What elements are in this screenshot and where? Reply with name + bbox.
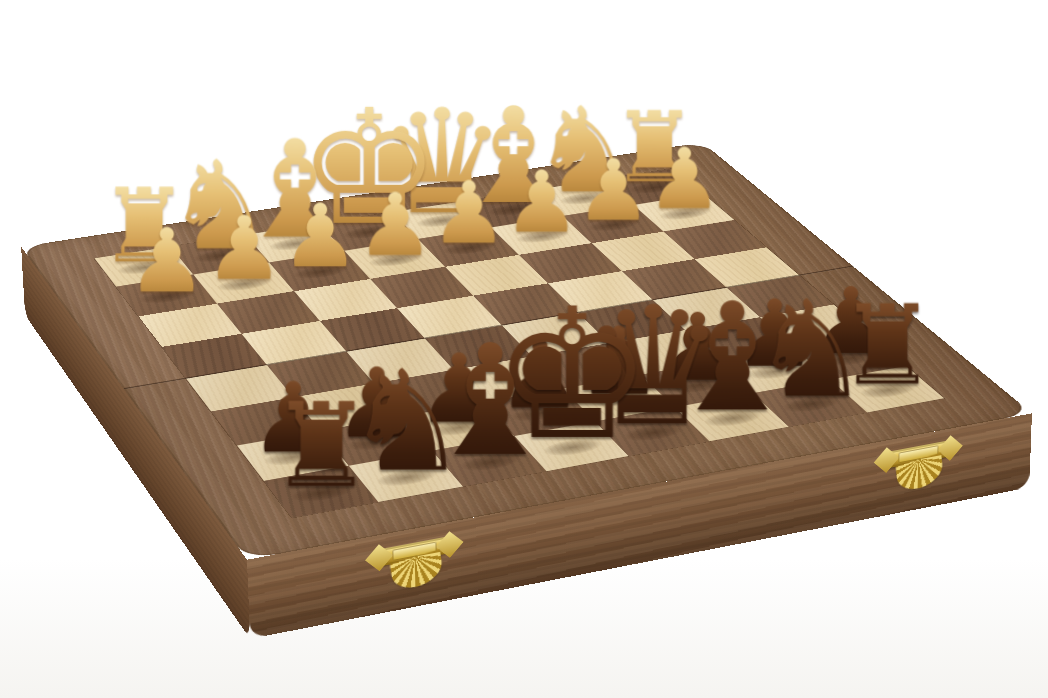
piece-white-pawn[interactable]: ♟ <box>647 137 722 221</box>
piece-white-pawn[interactable]: ♟ <box>503 159 579 244</box>
piece-white-pawn[interactable]: ♟ <box>127 216 206 304</box>
chess-board: ♜♞♝♚♛♝♞♜♟♟♟♟♟♟♟♟♟♟♟♟♟♟♟♟♜♞♝♚♛♝♞♜ <box>21 142 1032 559</box>
brass-clasp-right <box>872 430 965 505</box>
piece-white-pawn[interactable]: ♟ <box>356 181 434 268</box>
piece-white-pawn[interactable]: ♟ <box>430 170 507 256</box>
piece-white-pawn[interactable]: ♟ <box>576 148 652 233</box>
piece-white-pawn[interactable]: ♟ <box>281 193 359 280</box>
brass-clasp-left <box>363 525 465 604</box>
photo-scene: ♜♞♝♚♛♝♞♜♟♟♟♟♟♟♟♟♟♟♟♟♟♟♟♟♜♞♝♚♛♝♞♜ <box>0 0 1048 698</box>
piece-white-pawn[interactable]: ♟ <box>205 204 284 292</box>
piece-black-rook[interactable]: ♜ <box>269 387 373 503</box>
